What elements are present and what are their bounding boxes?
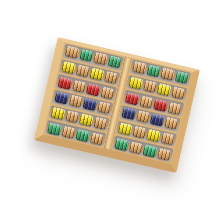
roller-wood <box>171 86 186 100</box>
roller-green <box>79 49 94 63</box>
roller-red <box>153 98 168 112</box>
roller-wood <box>100 86 115 100</box>
roller-wood <box>139 95 154 109</box>
roller-wood <box>164 117 179 131</box>
roller-wood <box>142 80 157 94</box>
roller-wood <box>93 116 108 130</box>
roller-yellow <box>157 83 172 97</box>
roller-yellow <box>146 129 161 143</box>
roller-wood <box>167 101 182 115</box>
roller-wood <box>132 125 147 139</box>
roller-red <box>125 92 140 106</box>
roller-wood <box>68 95 83 109</box>
roller-wood <box>61 125 76 139</box>
roller-wood <box>65 46 80 60</box>
roller-green <box>142 144 157 158</box>
roller-yellow <box>118 122 133 136</box>
roller-yellow <box>61 61 76 75</box>
roller-wood <box>160 132 175 146</box>
roller-green <box>47 122 62 136</box>
roller-red <box>86 83 101 97</box>
roller-wood <box>128 141 143 155</box>
roller-yellow <box>79 113 94 127</box>
roller-wood <box>160 68 175 82</box>
roller-wood <box>72 79 87 93</box>
roller-red <box>58 76 73 90</box>
product-photo-scene <box>0 0 220 220</box>
roller-wood <box>135 110 150 124</box>
roller-wood <box>65 110 80 124</box>
roller-wood <box>75 64 90 78</box>
roller-wood <box>96 101 111 115</box>
roller-green <box>174 71 189 85</box>
roller-blue <box>150 113 165 127</box>
roller-wood <box>89 132 104 146</box>
roller-blue <box>121 107 136 121</box>
roller-wood <box>93 52 108 66</box>
roller-yellow <box>128 76 143 90</box>
roller-green <box>107 55 122 69</box>
roller-green <box>146 64 161 78</box>
roller-blue <box>54 91 69 105</box>
roller-yellow <box>89 67 104 81</box>
roller-green <box>75 128 90 142</box>
roller-yellow <box>51 107 66 121</box>
roller-green <box>114 137 129 151</box>
roller-wood <box>103 71 118 85</box>
roller-wood <box>132 61 147 75</box>
roller-wood <box>157 147 172 161</box>
foot-roller-board <box>34 37 200 173</box>
roller-blue <box>82 98 97 112</box>
